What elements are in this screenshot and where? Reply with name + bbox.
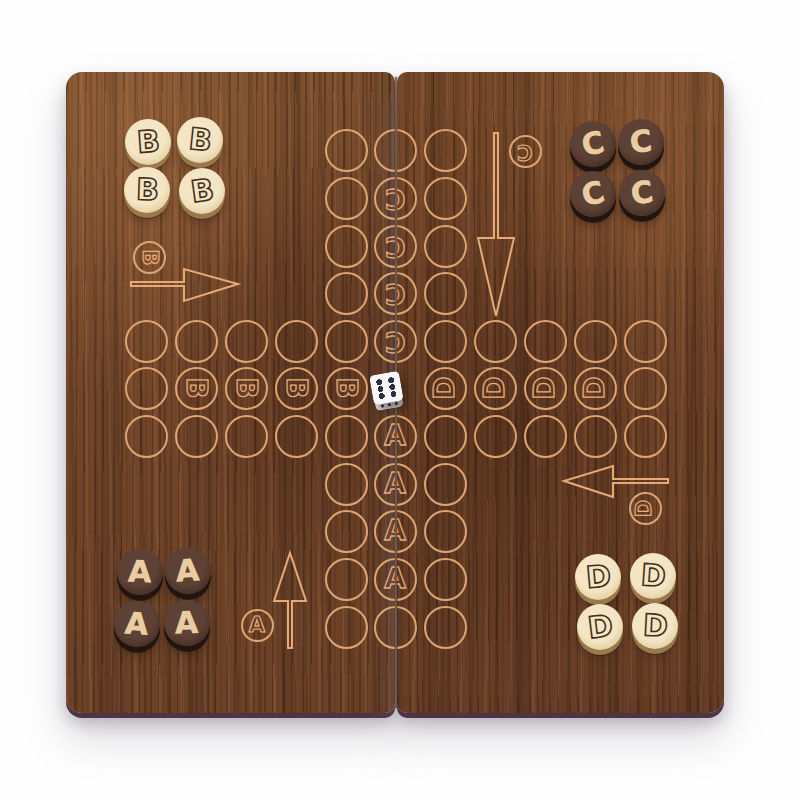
piece-a3[interactable]: A xyxy=(114,601,160,647)
start-label-d: D xyxy=(629,492,662,525)
piece-letter-a: A xyxy=(124,608,149,640)
track-circle[interactable] xyxy=(424,510,467,553)
home-letter-b: B xyxy=(182,377,210,398)
piece-letter-c: C xyxy=(579,127,607,161)
track-circle[interactable] xyxy=(325,463,368,506)
piece-a2[interactable]: A xyxy=(165,548,211,594)
track-circle[interactable] xyxy=(275,415,318,458)
track-circle[interactable] xyxy=(125,320,168,363)
track-circle[interactable] xyxy=(175,415,218,458)
track-circle[interactable] xyxy=(624,415,667,458)
home-letter-d: D xyxy=(531,376,559,399)
track-circle[interactable] xyxy=(325,320,368,363)
start-label-b: B xyxy=(133,241,166,274)
piece-c3[interactable]: C xyxy=(570,171,616,217)
home-letter-d: D xyxy=(481,376,509,399)
home-circle-b[interactable]: B xyxy=(325,367,368,410)
piece-letter-c: C xyxy=(578,177,607,212)
track-circle[interactable] xyxy=(325,177,368,220)
piece-letter-a: A xyxy=(175,608,199,639)
piece-letter-c: C xyxy=(629,177,655,210)
track-circle[interactable] xyxy=(424,558,467,601)
track-circle[interactable] xyxy=(624,367,667,410)
home-letter-b: B xyxy=(282,377,310,398)
home-letter-b: B xyxy=(232,377,260,398)
track-circle[interactable] xyxy=(424,129,467,172)
piece-a4[interactable]: A xyxy=(164,600,210,646)
piece-letter-b: B xyxy=(136,126,161,158)
start-letter-b: B xyxy=(138,249,159,265)
track-circle[interactable] xyxy=(125,367,168,410)
piece-c1[interactable]: C xyxy=(570,121,616,167)
piece-letter-b: B xyxy=(187,124,213,156)
track-circle[interactable] xyxy=(424,225,467,268)
home-circle-d[interactable]: D xyxy=(474,367,517,410)
home-circle-b[interactable]: B xyxy=(175,367,218,410)
piece-letter-a: A xyxy=(128,557,152,588)
track-circle[interactable] xyxy=(325,606,368,649)
piece-d2[interactable]: D xyxy=(630,553,676,599)
home-circle-d[interactable]: D xyxy=(574,367,617,410)
track-circle[interactable] xyxy=(424,606,467,649)
home-circle-b[interactable]: B xyxy=(225,367,268,410)
piece-letter-b: B xyxy=(189,175,216,208)
track-circle[interactable] xyxy=(524,320,567,363)
track-circle[interactable] xyxy=(424,320,467,363)
track-circle[interactable] xyxy=(424,177,467,220)
home-circle-d[interactable]: D xyxy=(524,367,567,410)
track-circle[interactable] xyxy=(325,415,368,458)
piece-c2[interactable]: C xyxy=(618,119,664,165)
piece-b4[interactable]: B xyxy=(179,168,225,214)
piece-d3[interactable]: D xyxy=(577,604,623,650)
home-circle-b[interactable]: B xyxy=(275,367,318,410)
piece-a1[interactable]: A xyxy=(117,549,163,595)
track-circle[interactable] xyxy=(175,320,218,363)
piece-c4[interactable]: C xyxy=(619,170,665,216)
track-circle[interactable] xyxy=(524,415,567,458)
track-circle[interactable] xyxy=(325,129,368,172)
piece-letter-d: D xyxy=(586,611,614,644)
track-circle[interactable] xyxy=(474,320,517,363)
track-circle[interactable] xyxy=(225,320,268,363)
home-letter-d: D xyxy=(581,376,609,399)
track-circle[interactable] xyxy=(125,415,168,458)
start-label-c: C xyxy=(509,135,542,168)
track-circle[interactable] xyxy=(275,320,318,363)
home-letter-b: B xyxy=(332,377,360,398)
piece-letter-d: D xyxy=(642,610,668,641)
track-circle[interactable] xyxy=(424,415,467,458)
piece-letter-d: D xyxy=(640,560,667,592)
home-circle-d[interactable]: D xyxy=(424,367,467,410)
piece-d4[interactable]: D xyxy=(632,603,678,649)
dice-top-face xyxy=(369,371,404,406)
track-circle[interactable] xyxy=(574,415,617,458)
track-circle[interactable] xyxy=(325,558,368,601)
track-circle[interactable] xyxy=(225,415,268,458)
track-circle[interactable] xyxy=(424,272,467,315)
track-circle[interactable] xyxy=(424,463,467,506)
track-circle[interactable] xyxy=(325,225,368,268)
scene: CCCCBBBBDDDDAAAAABCDBBBBCCCCAAAADDDD xyxy=(0,0,800,800)
home-letter-d: D xyxy=(431,376,459,399)
piece-b1[interactable]: B xyxy=(125,119,171,165)
piece-letter-b: B xyxy=(135,175,159,206)
track-circle[interactable] xyxy=(325,510,368,553)
piece-letter-d: D xyxy=(584,561,611,593)
track-circle[interactable] xyxy=(624,320,667,363)
dice-showing-6[interactable] xyxy=(369,371,405,413)
piece-d1[interactable]: D xyxy=(575,554,621,600)
piece-letter-a: A xyxy=(176,555,201,586)
piece-b3[interactable]: B xyxy=(124,167,170,213)
piece-letter-c: C xyxy=(628,126,653,158)
start-letter-a: A xyxy=(249,615,265,636)
track-circle[interactable] xyxy=(325,272,368,315)
piece-b2[interactable]: B xyxy=(177,117,223,163)
track-circle[interactable] xyxy=(574,320,617,363)
start-label-a: A xyxy=(241,609,274,642)
track-circle[interactable] xyxy=(474,415,517,458)
start-letter-c: C xyxy=(517,141,532,162)
start-letter-d: D xyxy=(635,499,656,516)
